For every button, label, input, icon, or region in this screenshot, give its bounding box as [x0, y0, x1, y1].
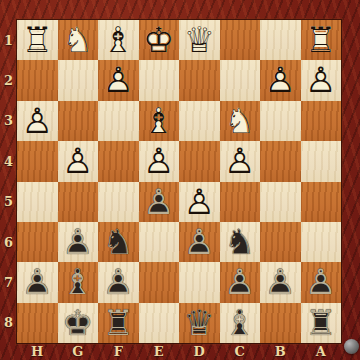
- square-g5[interactable]: [58, 182, 99, 222]
- white-pawn[interactable]: ♟♙: [17, 101, 58, 141]
- square-b6[interactable]: [260, 222, 301, 262]
- square-a6[interactable]: [301, 222, 342, 262]
- square-h2[interactable]: [17, 60, 58, 100]
- black-rook[interactable]: ♜♖: [98, 303, 139, 343]
- rank-label-2: 2: [0, 60, 17, 100]
- white-knight-outline: ♘: [220, 101, 261, 141]
- square-h7[interactable]: ♟♙: [17, 262, 58, 302]
- white-pawn-outline: ♙: [220, 141, 261, 181]
- square-f1[interactable]: ♝♗: [98, 20, 139, 60]
- white-rook[interactable]: ♜♖: [301, 20, 342, 60]
- square-b3[interactable]: [260, 101, 301, 141]
- square-f8[interactable]: ♜♖: [98, 303, 139, 343]
- file-label-h: H: [17, 343, 58, 360]
- black-pawn[interactable]: ♟♙: [17, 262, 58, 302]
- square-e7[interactable]: [139, 262, 180, 302]
- white-pawn[interactable]: ♟♙: [139, 141, 180, 181]
- square-g3[interactable]: [58, 101, 99, 141]
- square-h4[interactable]: [17, 141, 58, 181]
- square-e5[interactable]: ♟♙: [139, 182, 180, 222]
- rank-label-5: 5: [0, 182, 17, 222]
- square-f6[interactable]: ♞♘: [98, 222, 139, 262]
- square-d5[interactable]: ♟♙: [179, 182, 220, 222]
- square-e2[interactable]: [139, 60, 180, 100]
- square-a4[interactable]: [301, 141, 342, 181]
- black-knight[interactable]: ♞♘: [98, 222, 139, 262]
- square-a7[interactable]: ♟♙: [301, 262, 342, 302]
- square-d7[interactable]: [179, 262, 220, 302]
- square-g7[interactable]: ♝♗: [58, 262, 99, 302]
- file-label-c: C: [220, 343, 261, 360]
- white-pawn[interactable]: ♟♙: [179, 182, 220, 222]
- square-e6[interactable]: [139, 222, 180, 262]
- file-label-d: D: [179, 343, 220, 360]
- black-bishop-outline: ♗: [220, 303, 261, 343]
- square-f2[interactable]: ♟♙: [98, 60, 139, 100]
- black-pawn[interactable]: ♟♙: [58, 222, 99, 262]
- square-a2[interactable]: ♟♙: [301, 60, 342, 100]
- white-pawn-outline: ♙: [58, 141, 99, 181]
- white-bishop[interactable]: ♝♗: [98, 20, 139, 60]
- white-king[interactable]: ♚♔: [139, 20, 180, 60]
- file-label-b: B: [260, 343, 301, 360]
- black-rook[interactable]: ♜♖: [301, 303, 342, 343]
- square-d8[interactable]: ♛♕: [179, 303, 220, 343]
- black-king[interactable]: ♚♔: [58, 303, 99, 343]
- black-queen[interactable]: ♛♕: [179, 303, 220, 343]
- black-pawn-outline: ♙: [58, 222, 99, 262]
- white-bishop-outline: ♗: [139, 101, 180, 141]
- rank-label-7: 7: [0, 262, 17, 302]
- black-pawn-outline: ♙: [139, 182, 180, 222]
- rank-label-8: 8: [0, 303, 17, 343]
- white-pawn-outline: ♙: [301, 60, 342, 100]
- black-pawn[interactable]: ♟♙: [260, 262, 301, 302]
- square-g8[interactable]: ♚♔: [58, 303, 99, 343]
- square-b8[interactable]: [260, 303, 301, 343]
- square-e1[interactable]: ♚♔: [139, 20, 180, 60]
- square-b4[interactable]: [260, 141, 301, 181]
- black-pawn-outline: ♙: [17, 262, 58, 302]
- rank-label-1: 1: [0, 20, 17, 60]
- white-knight-outline: ♘: [58, 20, 99, 60]
- chess-board: ♜♖♞♘♝♗♚♔♛♕♜♖♟♙♟♙♟♙♟♙♝♗♞♘♟♙♟♙♟♙♟♙♟♙♟♙♞♘♟♙…: [17, 20, 341, 343]
- black-pawn[interactable]: ♟♙: [301, 262, 342, 302]
- black-pawn[interactable]: ♟♙: [220, 262, 261, 302]
- black-pawn[interactable]: ♟♙: [98, 262, 139, 302]
- square-f4[interactable]: [98, 141, 139, 181]
- white-bishop-outline: ♗: [98, 20, 139, 60]
- white-pawn[interactable]: ♟♙: [58, 141, 99, 181]
- square-b2[interactable]: ♟♙: [260, 60, 301, 100]
- white-rook[interactable]: ♜♖: [17, 20, 58, 60]
- white-pawn-outline: ♙: [17, 101, 58, 141]
- square-h3[interactable]: ♟♙: [17, 101, 58, 141]
- white-pawn-outline: ♙: [260, 60, 301, 100]
- square-d2[interactable]: [179, 60, 220, 100]
- square-e8[interactable]: [139, 303, 180, 343]
- black-knight-outline: ♘: [220, 222, 261, 262]
- white-pawn-outline: ♙: [139, 141, 180, 181]
- square-c3[interactable]: ♞♘: [220, 101, 261, 141]
- black-knight-outline: ♘: [98, 222, 139, 262]
- black-pawn-outline: ♙: [98, 262, 139, 302]
- square-g1[interactable]: ♞♘: [58, 20, 99, 60]
- white-king-outline: ♔: [139, 20, 180, 60]
- square-b1[interactable]: [260, 20, 301, 60]
- white-pawn-outline: ♙: [179, 182, 220, 222]
- rank-label-3: 3: [0, 101, 17, 141]
- black-rook-outline: ♖: [301, 303, 342, 343]
- square-h1[interactable]: ♜♖: [17, 20, 58, 60]
- white-pawn-outline: ♙: [98, 60, 139, 100]
- white-queen-outline: ♕: [179, 20, 220, 60]
- file-label-e: E: [139, 343, 180, 360]
- black-pawn-outline: ♙: [220, 262, 261, 302]
- square-c8[interactable]: ♝♗: [220, 303, 261, 343]
- square-d1[interactable]: ♛♕: [179, 20, 220, 60]
- rank-label-4: 4: [0, 141, 17, 181]
- white-queen[interactable]: ♛♕: [179, 20, 220, 60]
- black-pawn-outline: ♙: [179, 222, 220, 262]
- square-h6[interactable]: [17, 222, 58, 262]
- white-knight[interactable]: ♞♘: [58, 20, 99, 60]
- file-label-f: F: [98, 343, 139, 360]
- square-g6[interactable]: ♟♙: [58, 222, 99, 262]
- white-pawn[interactable]: ♟♙: [220, 141, 261, 181]
- square-b5[interactable]: [260, 182, 301, 222]
- square-d6[interactable]: ♟♙: [179, 222, 220, 262]
- black-king-outline: ♔: [58, 303, 99, 343]
- square-c4[interactable]: ♟♙: [220, 141, 261, 181]
- black-rook-outline: ♖: [98, 303, 139, 343]
- black-pawn-outline: ♙: [260, 262, 301, 302]
- square-c1[interactable]: [220, 20, 261, 60]
- black-pawn[interactable]: ♟♙: [139, 182, 180, 222]
- square-d4[interactable]: [179, 141, 220, 181]
- square-a1[interactable]: ♜♖: [301, 20, 342, 60]
- file-label-a: A: [301, 343, 342, 360]
- square-c6[interactable]: ♞♘: [220, 222, 261, 262]
- black-knight[interactable]: ♞♘: [220, 222, 261, 262]
- black-pawn-outline: ♙: [301, 262, 342, 302]
- square-e4[interactable]: ♟♙: [139, 141, 180, 181]
- side-to-move-indicator: [344, 339, 359, 354]
- square-a8[interactable]: ♜♖: [301, 303, 342, 343]
- square-c7[interactable]: ♟♙: [220, 262, 261, 302]
- black-queen-outline: ♕: [179, 303, 220, 343]
- square-e3[interactable]: ♝♗: [139, 101, 180, 141]
- white-knight[interactable]: ♞♘: [220, 101, 261, 141]
- square-f7[interactable]: ♟♙: [98, 262, 139, 302]
- white-pawn[interactable]: ♟♙: [301, 60, 342, 100]
- square-g4[interactable]: ♟♙: [58, 141, 99, 181]
- square-a5[interactable]: [301, 182, 342, 222]
- black-pawn[interactable]: ♟♙: [179, 222, 220, 262]
- white-rook-outline: ♖: [17, 20, 58, 60]
- chess-board-diagram: ♜♖♞♘♝♗♚♔♛♕♜♖♟♙♟♙♟♙♟♙♝♗♞♘♟♙♟♙♟♙♟♙♟♙♟♙♞♘♟♙…: [0, 0, 360, 360]
- square-a3[interactable]: [301, 101, 342, 141]
- white-pawn[interactable]: ♟♙: [260, 60, 301, 100]
- white-pawn[interactable]: ♟♙: [98, 60, 139, 100]
- white-bishop[interactable]: ♝♗: [139, 101, 180, 141]
- black-bishop-outline: ♗: [58, 262, 99, 302]
- square-f3[interactable]: [98, 101, 139, 141]
- file-label-g: G: [58, 343, 99, 360]
- square-h8[interactable]: [17, 303, 58, 343]
- square-c5[interactable]: [220, 182, 261, 222]
- rank-label-6: 6: [0, 222, 17, 262]
- square-f5[interactable]: [98, 182, 139, 222]
- square-g2[interactable]: [58, 60, 99, 100]
- square-c2[interactable]: [220, 60, 261, 100]
- square-h5[interactable]: [17, 182, 58, 222]
- square-b7[interactable]: ♟♙: [260, 262, 301, 302]
- black-bishop[interactable]: ♝♗: [58, 262, 99, 302]
- white-rook-outline: ♖: [301, 20, 342, 60]
- square-d3[interactable]: [179, 101, 220, 141]
- black-bishop[interactable]: ♝♗: [220, 303, 261, 343]
